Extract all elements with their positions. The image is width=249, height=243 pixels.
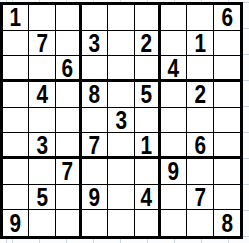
cell-digit: 1 — [10, 5, 22, 30]
cell-r1c4[interactable] — [82, 5, 108, 31]
cell-r4c4[interactable]: 8 — [82, 82, 108, 108]
cell-r7c5[interactable] — [108, 159, 134, 185]
cell-r3c6[interactable] — [135, 56, 161, 82]
cell-r7c8[interactable] — [187, 159, 213, 185]
cell-r5c6[interactable] — [135, 108, 161, 134]
cell-r2c5[interactable] — [108, 31, 134, 57]
cell-r3c2[interactable] — [29, 56, 55, 82]
cell-r6c6[interactable]: 1 — [135, 133, 161, 159]
cell-digit: 8 — [89, 82, 101, 107]
cell-r8c8[interactable]: 7 — [187, 185, 213, 211]
cell-digit: 6 — [194, 133, 206, 157]
cell-r4c6[interactable]: 5 — [135, 82, 161, 108]
cell-digit: 4 — [141, 185, 153, 210]
cell-r7c4[interactable] — [82, 159, 108, 185]
cell-r8c4[interactable]: 9 — [82, 185, 108, 211]
cell-digit: 4 — [168, 56, 180, 80]
cell-digit: 3 — [36, 133, 48, 157]
cell-r9c8[interactable] — [187, 210, 213, 236]
sudoku-screenshot: 1673216448523371679594798 — [0, 0, 249, 243]
cell-r2c4[interactable]: 3 — [82, 31, 108, 57]
cell-r2c3[interactable] — [56, 31, 82, 57]
cell-r1c7[interactable] — [161, 5, 187, 31]
cell-r9c4[interactable] — [82, 210, 108, 236]
cell-r7c3[interactable]: 7 — [56, 159, 82, 185]
cell-r5c2[interactable] — [29, 108, 55, 134]
cell-r8c2[interactable]: 5 — [29, 185, 55, 211]
cell-r9c2[interactable] — [29, 210, 55, 236]
cell-r8c3[interactable] — [56, 185, 82, 211]
cell-digit: 5 — [141, 82, 153, 107]
cell-r3c4[interactable] — [82, 56, 108, 82]
cell-digit: 5 — [36, 185, 48, 210]
cell-r7c9[interactable] — [214, 159, 240, 185]
cell-r9c3[interactable] — [56, 210, 82, 236]
cell-digit: 6 — [62, 56, 74, 80]
cell-r4c9[interactable] — [214, 82, 240, 108]
cell-r3c7[interactable]: 4 — [161, 56, 187, 82]
cell-r6c3[interactable] — [56, 133, 82, 159]
spreadsheet-margin-right — [243, 0, 249, 243]
cell-r3c5[interactable] — [108, 56, 134, 82]
cell-r5c3[interactable] — [56, 108, 82, 134]
cell-digit: 4 — [36, 82, 48, 107]
cell-r8c6[interactable]: 4 — [135, 185, 161, 211]
cell-r4c1[interactable] — [3, 82, 29, 108]
cell-digit: 7 — [89, 133, 101, 157]
cell-r2c7[interactable] — [161, 31, 187, 57]
cell-r6c4[interactable]: 7 — [82, 133, 108, 159]
cell-digit: 1 — [194, 31, 206, 56]
cell-r8c7[interactable] — [161, 185, 187, 211]
cell-r1c6[interactable] — [135, 5, 161, 31]
cell-r1c9[interactable]: 6 — [214, 5, 240, 31]
cell-digit: 9 — [168, 159, 180, 184]
cell-r8c9[interactable] — [214, 185, 240, 211]
cell-digit: 2 — [141, 31, 153, 56]
cell-r6c1[interactable] — [3, 133, 29, 159]
spreadsheet-margin-bottom — [0, 239, 249, 243]
cell-r4c8[interactable]: 2 — [187, 82, 213, 108]
cell-r6c7[interactable] — [161, 133, 187, 159]
cell-r9c1[interactable]: 9 — [3, 210, 29, 236]
cell-r2c1[interactable] — [3, 31, 29, 57]
cell-r2c6[interactable]: 2 — [135, 31, 161, 57]
cell-r6c8[interactable]: 6 — [187, 133, 213, 159]
cell-digit: 9 — [10, 210, 22, 236]
cell-r1c3[interactable] — [56, 5, 82, 31]
cell-r6c2[interactable]: 3 — [29, 133, 55, 159]
cell-digit: 7 — [62, 159, 74, 184]
cell-r1c8[interactable] — [187, 5, 213, 31]
cell-r7c1[interactable] — [3, 159, 29, 185]
cell-r9c7[interactable] — [161, 210, 187, 236]
cell-r8c1[interactable] — [3, 185, 29, 211]
cell-r1c2[interactable] — [29, 5, 55, 31]
cell-digit: 2 — [194, 82, 206, 107]
sudoku-board: 1673216448523371679594798 — [0, 2, 243, 239]
cell-digit: 7 — [194, 185, 206, 210]
cell-digit: 7 — [36, 31, 48, 56]
cell-r9c9[interactable]: 8 — [214, 210, 240, 236]
cell-r9c6[interactable] — [135, 210, 161, 236]
cell-r5c8[interactable] — [187, 108, 213, 134]
cell-r7c7[interactable]: 9 — [161, 159, 187, 185]
cell-r1c5[interactable] — [108, 5, 134, 31]
cell-digit: 9 — [89, 185, 101, 210]
cell-r3c9[interactable] — [214, 56, 240, 82]
cell-digit: 3 — [115, 108, 127, 133]
cell-r4c5[interactable] — [108, 82, 134, 108]
cell-r2c9[interactable] — [214, 31, 240, 57]
cell-r5c1[interactable] — [3, 108, 29, 134]
cell-r5c9[interactable] — [214, 108, 240, 134]
cell-digit: 6 — [221, 5, 233, 30]
cell-r2c8[interactable]: 1 — [187, 31, 213, 57]
cell-digit: 8 — [221, 210, 233, 236]
cell-r5c5[interactable]: 3 — [108, 108, 134, 134]
cell-r5c4[interactable] — [82, 108, 108, 134]
cell-r4c2[interactable]: 4 — [29, 82, 55, 108]
cell-r7c2[interactable] — [29, 159, 55, 185]
cell-r2c2[interactable]: 7 — [29, 31, 55, 57]
cell-r9c5[interactable] — [108, 210, 134, 236]
cell-digit: 1 — [141, 133, 153, 157]
cell-r7c6[interactable] — [135, 159, 161, 185]
cell-r3c1[interactable] — [3, 56, 29, 82]
cell-r8c5[interactable] — [108, 185, 134, 211]
cell-r5c7[interactable] — [161, 108, 187, 134]
cell-r3c8[interactable] — [187, 56, 213, 82]
cell-r6c5[interactable] — [108, 133, 134, 159]
cell-r4c7[interactable] — [161, 82, 187, 108]
cell-r1c1[interactable]: 1 — [3, 5, 29, 31]
cell-digit: 3 — [89, 31, 101, 56]
cell-r4c3[interactable] — [56, 82, 82, 108]
cell-r6c9[interactable] — [214, 133, 240, 159]
cell-r3c3[interactable]: 6 — [56, 56, 82, 82]
